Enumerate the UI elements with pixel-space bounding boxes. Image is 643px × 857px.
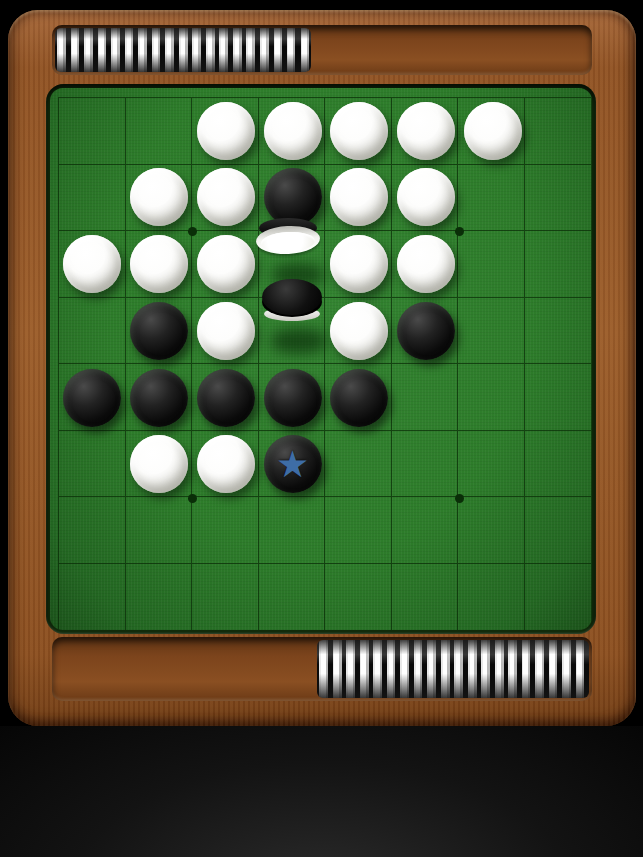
- board-cell[interactable]: [59, 431, 126, 498]
- board-cell[interactable]: [259, 564, 326, 631]
- board-cell[interactable]: [126, 165, 193, 232]
- board-cell[interactable]: [392, 431, 459, 498]
- board-cell[interactable]: [126, 431, 193, 498]
- board-cell[interactable]: [59, 231, 126, 298]
- board-cell[interactable]: [392, 165, 459, 232]
- board-cell[interactable]: [325, 165, 392, 232]
- board-cell[interactable]: [259, 98, 326, 165]
- board-cell[interactable]: [192, 98, 259, 165]
- board-cell[interactable]: [458, 165, 525, 232]
- board-cell[interactable]: [126, 298, 193, 365]
- board-cell[interactable]: [525, 364, 592, 431]
- grid-dot: [188, 227, 197, 236]
- board-cell[interactable]: [325, 298, 392, 365]
- board-cell[interactable]: [325, 364, 392, 431]
- felt-rim: ★: [46, 84, 596, 634]
- board-cell[interactable]: [192, 165, 259, 232]
- board-cell[interactable]: [392, 231, 459, 298]
- board-cell[interactable]: [259, 231, 326, 298]
- board-cell[interactable]: [59, 98, 126, 165]
- board-cell[interactable]: [392, 497, 459, 564]
- board-cell[interactable]: [525, 98, 592, 165]
- board-cell[interactable]: [525, 298, 592, 365]
- board-cells: [59, 98, 591, 630]
- board-cell[interactable]: [259, 497, 326, 564]
- grid-dot: [188, 494, 197, 503]
- board-cell[interactable]: [259, 165, 326, 232]
- board-cell[interactable]: [192, 364, 259, 431]
- board-cell[interactable]: [458, 364, 525, 431]
- stacked-discs: [55, 28, 311, 72]
- board-cell[interactable]: [59, 497, 126, 564]
- board-cell[interactable]: [325, 98, 392, 165]
- board-cell[interactable]: [325, 497, 392, 564]
- board-cell[interactable]: [525, 231, 592, 298]
- board-cell[interactable]: [126, 564, 193, 631]
- disc-tray-top: [52, 25, 592, 75]
- board-cell[interactable]: [192, 431, 259, 498]
- board-cell[interactable]: [458, 98, 525, 165]
- board-grid[interactable]: ★: [58, 97, 592, 630]
- board-cell[interactable]: [126, 364, 193, 431]
- board-cell[interactable]: [392, 98, 459, 165]
- grid-dot: [455, 494, 464, 503]
- board-cell[interactable]: [392, 564, 459, 631]
- board-cell[interactable]: [259, 298, 326, 365]
- board-cell[interactable]: [392, 364, 459, 431]
- board-cell[interactable]: [525, 431, 592, 498]
- stacked-discs: [317, 640, 589, 698]
- board-cell[interactable]: [59, 564, 126, 631]
- bottom-bar: 5 Player 1 Undo: [0, 726, 643, 857]
- board-cell[interactable]: [192, 298, 259, 365]
- board-cell[interactable]: [458, 564, 525, 631]
- board-cell[interactable]: [525, 564, 592, 631]
- felt: ★: [50, 88, 592, 630]
- board-cell[interactable]: [325, 431, 392, 498]
- board-cell[interactable]: [525, 497, 592, 564]
- board-cell[interactable]: [59, 165, 126, 232]
- grid-dot: [455, 227, 464, 236]
- board-cell[interactable]: [458, 298, 525, 365]
- disc-tray-bottom: [52, 637, 592, 701]
- board-cell[interactable]: [259, 431, 326, 498]
- board-cell[interactable]: [59, 364, 126, 431]
- board-cell[interactable]: [458, 231, 525, 298]
- board-cell[interactable]: [126, 231, 193, 298]
- board-cell[interactable]: [126, 497, 193, 564]
- board-cell[interactable]: [458, 497, 525, 564]
- board-cell[interactable]: [192, 564, 259, 631]
- board-cell[interactable]: [59, 298, 126, 365]
- board-cell[interactable]: [392, 298, 459, 365]
- board-cell[interactable]: [192, 231, 259, 298]
- board-cell[interactable]: [525, 165, 592, 232]
- board-cell[interactable]: [126, 98, 193, 165]
- board-cell[interactable]: [259, 364, 326, 431]
- board-cell[interactable]: [325, 564, 392, 631]
- board-frame: ★: [8, 10, 636, 726]
- board-cell[interactable]: [192, 497, 259, 564]
- board-cell[interactable]: [458, 431, 525, 498]
- board-cell[interactable]: [325, 231, 392, 298]
